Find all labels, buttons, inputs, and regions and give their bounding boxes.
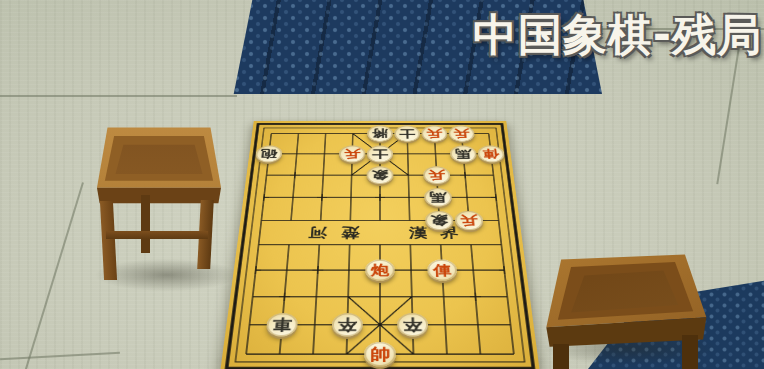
piece-black-士[interactable]: 士 — [394, 125, 420, 141]
piece-black-將[interactable]: 將 — [367, 125, 393, 141]
piece-black-車[interactable]: 車 — [266, 313, 299, 337]
piece-red-兵[interactable]: 兵 — [454, 211, 484, 230]
piece-black-馬[interactable]: 馬 — [424, 188, 452, 207]
piece-red-俥[interactable]: 俥 — [477, 145, 505, 162]
piece-black-象[interactable]: 象 — [425, 211, 454, 230]
piece-red-兵[interactable]: 兵 — [423, 166, 451, 184]
stool-stretcher — [106, 231, 208, 240]
piece-black-馬[interactable]: 馬 — [450, 145, 478, 162]
xiangqi-board[interactable]: 楚河 漢界 將士兵兵砲兵士馬俥象兵馬象兵炮俥車卒卒帥 — [222, 90, 538, 369]
piece-black-卒[interactable]: 卒 — [397, 313, 428, 337]
wooden-stool-right — [543, 246, 708, 369]
piece-black-卒[interactable]: 卒 — [332, 313, 363, 337]
piece-red-帥[interactable]: 帥 — [364, 342, 396, 367]
pieces-layer: 將士兵兵砲兵士馬俥象兵馬象兵炮俥車卒卒帥 — [220, 121, 540, 369]
piece-red-兵[interactable]: 兵 — [421, 125, 448, 141]
piece-red-炮[interactable]: 炮 — [365, 260, 395, 281]
piece-black-象[interactable]: 象 — [367, 166, 394, 184]
stool-leg — [553, 344, 570, 369]
stool-leg — [682, 335, 699, 369]
page-title: 中国象棋-残局 — [473, 6, 762, 65]
stool-leg — [141, 195, 150, 253]
tatami-seam — [0, 95, 237, 97]
piece-black-士[interactable]: 士 — [367, 145, 393, 162]
piece-red-俥[interactable]: 俥 — [427, 260, 457, 281]
piece-red-兵[interactable]: 兵 — [448, 125, 475, 141]
board-surface[interactable]: 楚河 漢界 將士兵兵砲兵士馬俥象兵馬象兵炮俥車卒卒帥 — [220, 121, 540, 369]
stool-leg — [100, 201, 117, 280]
wooden-stool-left — [93, 112, 225, 284]
piece-black-砲[interactable]: 砲 — [255, 145, 283, 162]
scene: 楚河 漢界 將士兵兵砲兵士馬俥象兵馬象兵炮俥車卒卒帥 中国象棋-残局 — [0, 0, 764, 369]
piece-red-兵[interactable]: 兵 — [339, 145, 366, 162]
